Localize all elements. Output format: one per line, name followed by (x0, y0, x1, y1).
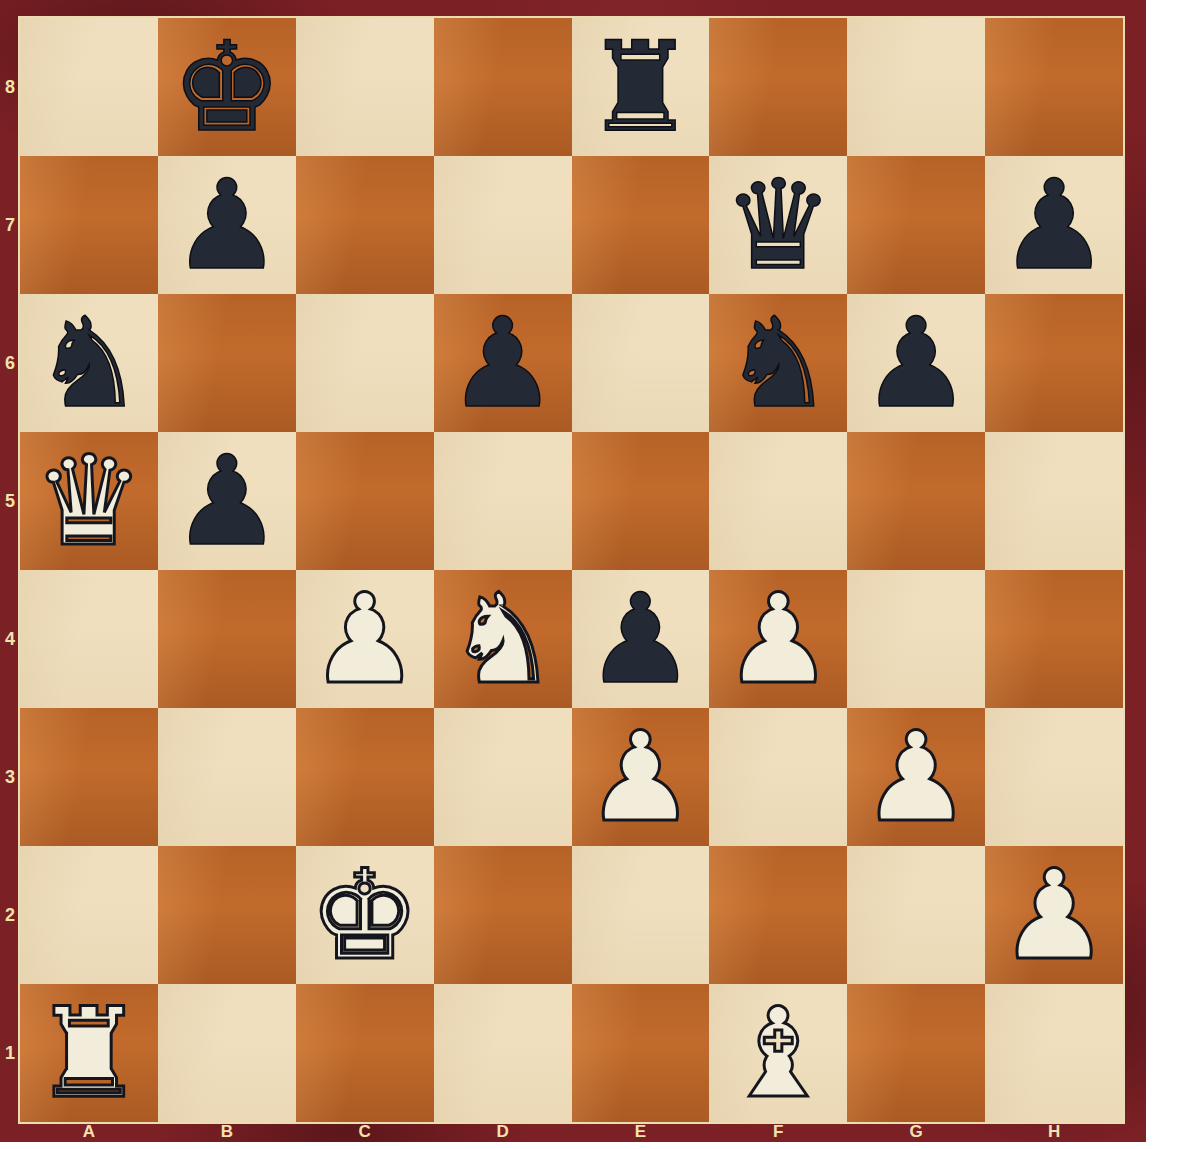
square-a1[interactable]: ♜ (20, 984, 158, 1122)
piece-black-pawn: ♟ (847, 294, 985, 432)
square-h3[interactable] (985, 708, 1123, 846)
square-c2[interactable]: ♚ (296, 846, 434, 984)
piece-black-rook: ♜ (572, 18, 710, 156)
square-a3[interactable] (20, 708, 158, 846)
square-e4[interactable]: ♟ (572, 570, 710, 708)
square-a4[interactable] (20, 570, 158, 708)
square-g5[interactable] (847, 432, 985, 570)
square-h1[interactable] (985, 984, 1123, 1122)
square-e1[interactable] (572, 984, 710, 1122)
square-b6[interactable] (158, 294, 296, 432)
file-label-f: F (709, 1122, 847, 1142)
rank-label-4: 4 (0, 570, 20, 708)
square-a7[interactable] (20, 156, 158, 294)
square-c4[interactable]: ♟ (296, 570, 434, 708)
square-h5[interactable] (985, 432, 1123, 570)
square-h8[interactable] (985, 18, 1123, 156)
square-g8[interactable] (847, 18, 985, 156)
square-f3[interactable] (709, 708, 847, 846)
piece-black-pawn: ♟ (572, 570, 710, 708)
square-e3[interactable]: ♟ (572, 708, 710, 846)
rank-label-5: 5 (0, 432, 20, 570)
square-g7[interactable] (847, 156, 985, 294)
square-b5[interactable]: ♟ (158, 432, 296, 570)
piece-black-knight: ♞ (20, 294, 158, 432)
rank-label-1: 1 (0, 984, 20, 1122)
piece-white-rook: ♜ (20, 984, 158, 1122)
square-e8[interactable]: ♜ (572, 18, 710, 156)
square-b1[interactable] (158, 984, 296, 1122)
piece-black-pawn: ♟ (985, 156, 1123, 294)
rank-label-2: 2 (0, 846, 20, 984)
piece-black-pawn: ♟ (434, 294, 572, 432)
square-b4[interactable] (158, 570, 296, 708)
piece-white-queen: ♛ (20, 432, 158, 570)
rank-label-7: 7 (0, 156, 20, 294)
square-b3[interactable] (158, 708, 296, 846)
square-d7[interactable] (434, 156, 572, 294)
piece-black-pawn: ♟ (158, 156, 296, 294)
square-d2[interactable] (434, 846, 572, 984)
square-f7[interactable]: ♛ (709, 156, 847, 294)
square-a5[interactable]: ♛ (20, 432, 158, 570)
file-label-g: G (847, 1122, 985, 1142)
piece-white-knight: ♞ (434, 570, 572, 708)
piece-white-king: ♚ (296, 846, 434, 984)
square-h2[interactable]: ♟ (985, 846, 1123, 984)
square-f4[interactable]: ♟ (709, 570, 847, 708)
square-f1[interactable]: ♝ (709, 984, 847, 1122)
square-c5[interactable] (296, 432, 434, 570)
square-g1[interactable] (847, 984, 985, 1122)
file-label-c: C (296, 1122, 434, 1142)
square-f5[interactable] (709, 432, 847, 570)
square-g3[interactable]: ♟ (847, 708, 985, 846)
piece-black-pawn: ♟ (158, 432, 296, 570)
square-c3[interactable] (296, 708, 434, 846)
file-label-d: D (434, 1122, 572, 1142)
file-label-h: H (985, 1122, 1123, 1142)
piece-white-pawn: ♟ (985, 846, 1123, 984)
piece-white-pawn: ♟ (847, 708, 985, 846)
square-d6[interactable]: ♟ (434, 294, 572, 432)
square-e6[interactable] (572, 294, 710, 432)
square-a6[interactable]: ♞ (20, 294, 158, 432)
square-d1[interactable] (434, 984, 572, 1122)
square-c8[interactable] (296, 18, 434, 156)
piece-black-king: ♚ (158, 18, 296, 156)
square-a8[interactable] (20, 18, 158, 156)
piece-white-bishop: ♝ (709, 984, 847, 1122)
square-d4[interactable]: ♞ (434, 570, 572, 708)
rank-label-8: 8 (0, 18, 20, 156)
square-c6[interactable] (296, 294, 434, 432)
square-d5[interactable] (434, 432, 572, 570)
file-label-e: E (572, 1122, 710, 1142)
square-b8[interactable]: ♚ (158, 18, 296, 156)
square-e7[interactable] (572, 156, 710, 294)
piece-black-queen: ♛ (709, 156, 847, 294)
file-labels: ABCDEFGH (20, 1122, 1123, 1142)
square-d8[interactable] (434, 18, 572, 156)
square-e2[interactable] (572, 846, 710, 984)
rank-labels: 87654321 (0, 18, 20, 1122)
rank-label-3: 3 (0, 708, 20, 846)
piece-white-pawn: ♟ (572, 708, 710, 846)
square-c1[interactable] (296, 984, 434, 1122)
square-f6[interactable]: ♞ (709, 294, 847, 432)
square-h4[interactable] (985, 570, 1123, 708)
square-a2[interactable] (20, 846, 158, 984)
piece-black-knight: ♞ (709, 294, 847, 432)
square-e5[interactable] (572, 432, 710, 570)
square-b7[interactable]: ♟ (158, 156, 296, 294)
square-c7[interactable] (296, 156, 434, 294)
square-f2[interactable] (709, 846, 847, 984)
piece-white-pawn: ♟ (296, 570, 434, 708)
square-b2[interactable] (158, 846, 296, 984)
rank-label-6: 6 (0, 294, 20, 432)
square-h6[interactable] (985, 294, 1123, 432)
square-h7[interactable]: ♟ (985, 156, 1123, 294)
square-d3[interactable] (434, 708, 572, 846)
square-g2[interactable] (847, 846, 985, 984)
file-label-a: A (20, 1122, 158, 1142)
piece-white-pawn: ♟ (709, 570, 847, 708)
chess-board: ♚♜♟♛♟♞♟♞♟♛♟♟♞♟♟♟♟♚♟♜♝ (20, 18, 1123, 1122)
square-f8[interactable] (709, 18, 847, 156)
square-g4[interactable] (847, 570, 985, 708)
file-label-b: B (158, 1122, 296, 1142)
board-frame: 87654321 ♚♜♟♛♟♞♟♞♟♛♟♟♞♟♟♟♟♚♟♜♝ ABCDEFGH (0, 0, 1146, 1142)
square-g6[interactable]: ♟ (847, 294, 985, 432)
